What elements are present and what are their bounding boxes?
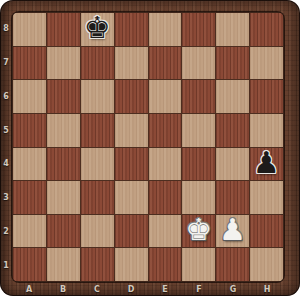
square-c1[interactable] [81,248,114,281]
square-f6[interactable] [182,80,215,113]
square-e3[interactable] [149,181,182,214]
square-f4[interactable] [182,148,215,181]
square-a4[interactable] [13,148,46,181]
square-b5[interactable] [47,114,80,147]
square-f2[interactable]: ♚ [182,215,215,248]
square-c5[interactable] [81,114,114,147]
square-g3[interactable] [216,181,249,214]
square-d6[interactable] [115,80,148,113]
square-f1[interactable] [182,248,215,281]
square-a6[interactable] [13,80,46,113]
square-b1[interactable] [47,248,80,281]
black-pawn[interactable]: ♟ [253,148,280,178]
square-e6[interactable] [149,80,182,113]
square-h6[interactable] [250,80,283,113]
square-a7[interactable] [13,47,46,80]
square-a2[interactable] [13,215,46,248]
square-e8[interactable] [149,13,182,46]
chess-board-stage: ♚♟♚♟ 87654321 ABCDEFGH [0,0,300,296]
square-d4[interactable] [115,148,148,181]
square-e5[interactable] [149,114,182,147]
square-e4[interactable] [149,148,182,181]
square-b4[interactable] [47,148,80,181]
white-pawn[interactable]: ♟ [219,215,246,245]
square-e7[interactable] [149,47,182,80]
square-f5[interactable] [182,114,215,147]
square-c8[interactable]: ♚ [81,13,114,46]
square-g6[interactable] [216,80,249,113]
square-c7[interactable] [81,47,114,80]
square-a3[interactable] [13,181,46,214]
square-e2[interactable] [149,215,182,248]
square-a5[interactable] [13,114,46,147]
square-d8[interactable] [115,13,148,46]
square-g5[interactable] [216,114,249,147]
square-b8[interactable] [47,13,80,46]
square-g4[interactable] [216,148,249,181]
square-g8[interactable] [216,13,249,46]
square-g1[interactable] [216,248,249,281]
square-b3[interactable] [47,181,80,214]
square-g7[interactable] [216,47,249,80]
square-h3[interactable] [250,181,283,214]
square-c2[interactable] [81,215,114,248]
square-h1[interactable] [250,248,283,281]
square-h4[interactable]: ♟ [250,148,283,181]
square-h2[interactable] [250,215,283,248]
square-d2[interactable] [115,215,148,248]
square-f8[interactable] [182,13,215,46]
square-c6[interactable] [81,80,114,113]
square-b6[interactable] [47,80,80,113]
white-king[interactable]: ♚ [185,215,212,245]
black-king[interactable]: ♚ [84,13,111,43]
square-g2[interactable]: ♟ [216,215,249,248]
square-f3[interactable] [182,181,215,214]
square-b7[interactable] [47,47,80,80]
square-f7[interactable] [182,47,215,80]
square-c3[interactable] [81,181,114,214]
square-a8[interactable] [13,13,46,46]
square-d3[interactable] [115,181,148,214]
board-squares: ♚♟♚♟ [12,12,284,282]
square-h5[interactable] [250,114,283,147]
square-d1[interactable] [115,248,148,281]
square-h8[interactable] [250,13,283,46]
square-h7[interactable] [250,47,283,80]
square-d5[interactable] [115,114,148,147]
square-c4[interactable] [81,148,114,181]
square-e1[interactable] [149,248,182,281]
square-d7[interactable] [115,47,148,80]
square-b2[interactable] [47,215,80,248]
square-a1[interactable] [13,248,46,281]
